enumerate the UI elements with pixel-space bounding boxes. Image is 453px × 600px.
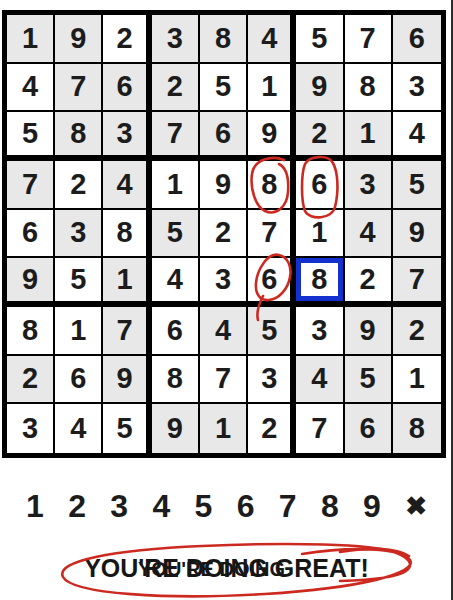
grid-cell-r6c8[interactable]: 2 xyxy=(345,258,393,307)
grid-cell-r5c5[interactable]: 2 xyxy=(200,210,248,259)
picker-number-4[interactable]: 4 xyxy=(152,488,170,525)
grid-cell-r2c4[interactable]: 2 xyxy=(152,64,200,113)
grid-cell-r9c5[interactable]: 1 xyxy=(200,404,248,453)
grid-cell-r6c3[interactable]: 1 xyxy=(103,258,151,307)
grid-cell-r8c8[interactable]: 5 xyxy=(345,356,393,405)
grid-cell-r5c2[interactable]: 3 xyxy=(55,210,103,259)
number-picker: 123456789✖ xyxy=(0,483,453,529)
grid-cell-r9c8[interactable]: 6 xyxy=(345,404,393,453)
grid-cell-r1c8[interactable]: 7 xyxy=(345,15,393,64)
grid-cell-r6c5[interactable]: 3 xyxy=(200,258,248,307)
grid-cell-r8c5[interactable]: 7 xyxy=(200,356,248,405)
grid-cell-r7c1[interactable]: 8 xyxy=(7,307,55,356)
picker-number-3[interactable]: 3 xyxy=(110,488,128,525)
grid-cell-r9c7[interactable]: 7 xyxy=(296,404,344,453)
grid-cell-r9c2[interactable]: 4 xyxy=(55,404,103,453)
grid-cell-r7c7[interactable]: 3 xyxy=(296,307,344,356)
grid-cell-r9c1[interactable]: 3 xyxy=(7,404,55,453)
grid-cell-r6c9[interactable]: 7 xyxy=(393,258,441,307)
grid-cell-r5c6[interactable]: 7 xyxy=(248,210,296,259)
grid-cell-r4c4[interactable]: 1 xyxy=(152,161,200,210)
grid-cell-r4c7[interactable]: 6 xyxy=(296,161,344,210)
grid-cell-r8c6[interactable]: 3 xyxy=(248,356,296,405)
encouragement-ghost-text: YOU'RE DOING xyxy=(138,558,285,581)
grid-cell-r3c7[interactable]: 2 xyxy=(296,112,344,161)
picker-number-8[interactable]: 8 xyxy=(321,488,339,525)
picker-number-5[interactable]: 5 xyxy=(195,488,213,525)
grid-cell-r5c1[interactable]: 6 xyxy=(7,210,55,259)
grid-cell-r8c2[interactable]: 6 xyxy=(55,356,103,405)
grid-cell-r5c3[interactable]: 8 xyxy=(103,210,151,259)
grid-cell-r9c4[interactable]: 9 xyxy=(152,404,200,453)
sudoku-grid: 1923845764762519835837692147241986356385… xyxy=(2,10,446,458)
grid-cell-r9c9[interactable]: 8 xyxy=(393,404,441,453)
grid-cell-r7c6[interactable]: 5 xyxy=(248,307,296,356)
grid-cell-r6c6[interactable]: 6 xyxy=(248,258,296,307)
grid-cell-r3c2[interactable]: 8 xyxy=(55,112,103,161)
grid-cell-r2c6[interactable]: 1 xyxy=(248,64,296,113)
sudoku-app: 1923845764762519835837692147241986356385… xyxy=(0,0,453,600)
grid-cell-r8c9[interactable]: 1 xyxy=(393,356,441,405)
grid-cell-r7c8[interactable]: 9 xyxy=(345,307,393,356)
grid-cell-r5c9[interactable]: 9 xyxy=(393,210,441,259)
grid-cell-r1c4[interactable]: 3 xyxy=(152,15,200,64)
picker-erase-button[interactable]: ✖ xyxy=(405,491,427,522)
grid-cell-r7c9[interactable]: 2 xyxy=(393,307,441,356)
grid-cell-r5c8[interactable]: 4 xyxy=(345,210,393,259)
picker-number-2[interactable]: 2 xyxy=(68,488,86,525)
grid-cell-r3c8[interactable]: 1 xyxy=(345,112,393,161)
grid-cell-r4c6[interactable]: 8 xyxy=(248,161,296,210)
sudoku-board: 1923845764762519835837692147241986356385… xyxy=(2,10,446,458)
grid-cell-r2c7[interactable]: 9 xyxy=(296,64,344,113)
grid-cell-r3c4[interactable]: 7 xyxy=(152,112,200,161)
grid-cell-r2c2[interactable]: 7 xyxy=(55,64,103,113)
grid-cell-r3c9[interactable]: 4 xyxy=(393,112,441,161)
grid-cell-r3c6[interactable]: 9 xyxy=(248,112,296,161)
grid-cell-r2c5[interactable]: 5 xyxy=(200,64,248,113)
grid-cell-r6c2[interactable]: 5 xyxy=(55,258,103,307)
grid-cell-r1c7[interactable]: 5 xyxy=(296,15,344,64)
grid-cell-r9c3[interactable]: 5 xyxy=(103,404,151,453)
grid-cell-r1c1[interactable]: 1 xyxy=(7,15,55,64)
grid-cell-r2c1[interactable]: 4 xyxy=(7,64,55,113)
grid-cell-r7c4[interactable]: 6 xyxy=(152,307,200,356)
grid-cell-r8c7[interactable]: 4 xyxy=(296,356,344,405)
grid-cell-r6c7[interactable]: 8 xyxy=(296,258,344,307)
grid-cell-r5c7[interactable]: 1 xyxy=(296,210,344,259)
grid-cell-r3c3[interactable]: 3 xyxy=(103,112,151,161)
grid-cell-r4c3[interactable]: 4 xyxy=(103,161,151,210)
grid-cell-r1c5[interactable]: 8 xyxy=(200,15,248,64)
grid-cell-r1c6[interactable]: 4 xyxy=(248,15,296,64)
grid-cell-r4c9[interactable]: 5 xyxy=(393,161,441,210)
grid-cell-r8c3[interactable]: 9 xyxy=(103,356,151,405)
grid-cell-r1c3[interactable]: 2 xyxy=(103,15,151,64)
grid-cell-r6c4[interactable]: 4 xyxy=(152,258,200,307)
grid-cell-r2c8[interactable]: 8 xyxy=(345,64,393,113)
picker-number-6[interactable]: 6 xyxy=(237,488,255,525)
grid-cell-r4c2[interactable]: 2 xyxy=(55,161,103,210)
grid-cell-r6c1[interactable]: 9 xyxy=(7,258,55,307)
grid-cell-r1c9[interactable]: 6 xyxy=(393,15,441,64)
grid-cell-r9c6[interactable]: 2 xyxy=(248,404,296,453)
grid-cell-r1c2[interactable]: 9 xyxy=(55,15,103,64)
grid-cell-r3c1[interactable]: 5 xyxy=(7,112,55,161)
grid-cell-r7c5[interactable]: 4 xyxy=(200,307,248,356)
grid-cell-r8c1[interactable]: 2 xyxy=(7,356,55,405)
encouragement-message-area: YOU'RE DOING GREAT! YOU'RE DOING xyxy=(0,548,453,598)
grid-cell-r4c1[interactable]: 7 xyxy=(7,161,55,210)
grid-cell-r3c5[interactable]: 6 xyxy=(200,112,248,161)
grid-cell-r8c4[interactable]: 8 xyxy=(152,356,200,405)
picker-number-1[interactable]: 1 xyxy=(26,488,44,525)
grid-cell-r4c5[interactable]: 9 xyxy=(200,161,248,210)
grid-cell-r5c4[interactable]: 5 xyxy=(152,210,200,259)
picker-number-7[interactable]: 7 xyxy=(279,488,297,525)
picker-number-9[interactable]: 9 xyxy=(363,488,381,525)
grid-cell-r4c8[interactable]: 3 xyxy=(345,161,393,210)
grid-cell-r2c9[interactable]: 3 xyxy=(393,64,441,113)
grid-cell-r7c3[interactable]: 7 xyxy=(103,307,151,356)
grid-cell-r2c3[interactable]: 6 xyxy=(103,64,151,113)
grid-cell-r7c2[interactable]: 1 xyxy=(55,307,103,356)
